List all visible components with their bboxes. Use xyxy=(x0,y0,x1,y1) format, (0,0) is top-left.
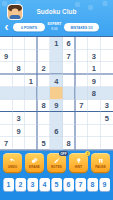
cell-r9c1[interactable]: 7 xyxy=(0,137,13,150)
cell-r8c4[interactable] xyxy=(38,125,51,138)
cell-r2c8[interactable]: 3 xyxy=(88,50,101,63)
cell-r8c5[interactable]: 6 xyxy=(50,125,63,138)
cell-r1c6[interactable]: 6 xyxy=(63,37,76,50)
cell-r5c1[interactable] xyxy=(0,87,13,100)
cell-r5c8[interactable]: 8 xyxy=(88,87,101,100)
points-badge: 0 POINTS xyxy=(13,23,45,32)
hint-button[interactable]: 3 HINT xyxy=(69,153,88,172)
cell-r2c1[interactable]: 9 xyxy=(0,50,13,63)
undo-button[interactable]: UNDO xyxy=(3,153,22,172)
notes-off-badge: OFF xyxy=(59,151,68,156)
cell-r5c7[interactable] xyxy=(75,87,88,100)
cell-r2c3[interactable] xyxy=(25,50,38,63)
timer-value: 8:06 xyxy=(46,26,63,30)
cell-r5c5[interactable] xyxy=(50,87,63,100)
cell-r3c5[interactable] xyxy=(50,62,63,75)
cell-r8c2[interactable]: 9 xyxy=(13,125,26,138)
cell-r4c9[interactable] xyxy=(100,75,113,88)
decor-tile xyxy=(2,1,7,6)
difficulty-timer: EXPERT 8:06 xyxy=(46,22,63,30)
cell-r2c9[interactable] xyxy=(100,50,113,63)
mistakes-label: MISTAKES 1/3 xyxy=(71,26,93,30)
back-button[interactable]: ‹ xyxy=(3,22,10,32)
back-chevron-icon: ‹ xyxy=(5,20,9,34)
numpad-9[interactable]: 9 xyxy=(99,178,110,191)
cell-r7c4[interactable] xyxy=(38,112,51,125)
cell-r3c3[interactable] xyxy=(25,62,38,75)
numpad-6[interactable]: 6 xyxy=(63,178,74,191)
notes-label: NOTES xyxy=(51,165,62,168)
points-label: 0 POINTS xyxy=(21,26,37,30)
cell-r4c3[interactable]: 1 xyxy=(25,75,38,88)
pencil-icon xyxy=(53,157,60,165)
cell-r1c7[interactable] xyxy=(75,37,88,50)
cell-r8c1[interactable] xyxy=(0,125,13,138)
cell-r9c8[interactable] xyxy=(88,137,101,150)
cell-r6c1[interactable] xyxy=(0,100,13,113)
cell-r2c5[interactable] xyxy=(50,50,63,63)
cell-r8c9[interactable] xyxy=(100,125,113,138)
cell-r7c6[interactable] xyxy=(63,112,76,125)
cell-r9c5[interactable] xyxy=(50,137,63,150)
cell-r1c1[interactable] xyxy=(0,37,13,50)
cell-r6c7[interactable]: 7 xyxy=(75,100,88,113)
cell-r4c7[interactable] xyxy=(75,75,88,88)
action-toolbar: UNDO ERASE OFF NOTES 3 HINT xyxy=(0,153,113,172)
cell-r6c3[interactable] xyxy=(25,100,38,113)
undo-icon xyxy=(9,157,16,165)
cell-r9c9[interactable] xyxy=(100,137,113,150)
decor-tile xyxy=(75,2,80,7)
sudoku-board: 16973821149889733596758 xyxy=(0,36,113,151)
cell-r6c2[interactable] xyxy=(13,100,26,113)
erase-button[interactable]: ERASE xyxy=(25,153,44,172)
cell-r3c4[interactable]: 2 xyxy=(38,62,51,75)
cell-r9c4[interactable]: 5 xyxy=(38,137,51,150)
number-pad: 123456789 xyxy=(0,178,113,191)
cell-r1c2[interactable] xyxy=(13,37,26,50)
pause-icon xyxy=(97,157,104,165)
phone-viewport: Sudoku Club ‹ 0 POINTS EXPERT 8:06 MISTA… xyxy=(0,0,113,200)
cell-r7c3[interactable] xyxy=(25,112,38,125)
cell-r6c5[interactable]: 9 xyxy=(50,100,63,113)
cell-r7c8[interactable] xyxy=(88,112,101,125)
cell-r7c2[interactable]: 3 xyxy=(13,112,26,125)
avatar-shirt xyxy=(10,15,21,20)
cell-r3c9[interactable] xyxy=(100,62,113,75)
erase-label: ERASE xyxy=(29,165,40,168)
cell-r7c5[interactable] xyxy=(50,112,63,125)
cell-r4c2[interactable] xyxy=(13,75,26,88)
cell-r1c4[interactable] xyxy=(38,37,51,50)
cell-r3c2[interactable]: 8 xyxy=(13,62,26,75)
sudoku-app: Sudoku Club ‹ 0 POINTS EXPERT 8:06 MISTA… xyxy=(0,0,113,200)
cell-r5c4[interactable] xyxy=(38,87,51,100)
cell-r6c6[interactable] xyxy=(63,100,76,113)
cell-r9c2[interactable] xyxy=(13,137,26,150)
numpad-5[interactable]: 5 xyxy=(51,178,62,191)
decor-tile xyxy=(103,1,108,6)
cell-r4c6[interactable] xyxy=(63,75,76,88)
hint-count-badge: 3 xyxy=(85,151,90,156)
cell-r5c2[interactable] xyxy=(13,87,26,100)
cell-r7c9[interactable]: 5 xyxy=(100,112,113,125)
cell-r1c5[interactable]: 1 xyxy=(50,37,63,50)
page-title: Sudoku Club xyxy=(0,8,113,16)
cell-r1c8[interactable] xyxy=(88,37,101,50)
eraser-icon xyxy=(31,157,38,165)
cell-r2c7[interactable] xyxy=(75,50,88,63)
cell-r4c4[interactable] xyxy=(38,75,51,88)
cell-r3c7[interactable] xyxy=(75,62,88,75)
cell-r7c7[interactable] xyxy=(75,112,88,125)
cell-r9c6[interactable]: 8 xyxy=(63,137,76,150)
cell-r8c3[interactable] xyxy=(25,125,38,138)
cell-r5c3[interactable] xyxy=(25,87,38,100)
hint-label: HINT xyxy=(75,165,82,168)
numpad-7[interactable]: 7 xyxy=(75,178,86,191)
cell-r9c3[interactable] xyxy=(25,137,38,150)
numpad-1[interactable]: 1 xyxy=(3,178,14,191)
cell-r9c7[interactable] xyxy=(75,137,88,150)
cell-r5c6[interactable] xyxy=(63,87,76,100)
numpad-2[interactable]: 2 xyxy=(15,178,26,191)
cell-r6c4[interactable]: 8 xyxy=(38,100,51,113)
cell-r8c6[interactable] xyxy=(63,125,76,138)
pause-button[interactable]: PAUSE xyxy=(91,153,110,172)
cell-r7c1[interactable] xyxy=(0,112,13,125)
notes-button[interactable]: OFF NOTES xyxy=(47,153,66,172)
numpad-8[interactable]: 8 xyxy=(87,178,98,191)
undo-label: UNDO xyxy=(8,165,17,168)
cell-r3c1[interactable] xyxy=(0,62,13,75)
cell-r4c1[interactable] xyxy=(0,75,13,88)
cell-r3c6[interactable] xyxy=(63,62,76,75)
cell-r8c8[interactable] xyxy=(88,125,101,138)
cell-r2c4[interactable] xyxy=(38,50,51,63)
cell-r8c7[interactable] xyxy=(75,125,88,138)
cell-r5c9[interactable] xyxy=(100,87,113,100)
pause-label: PAUSE xyxy=(95,165,106,168)
cell-r1c3[interactable] xyxy=(25,37,38,50)
cell-r6c8[interactable] xyxy=(88,100,101,113)
lightbulb-icon xyxy=(75,157,82,165)
cell-r2c6[interactable]: 7 xyxy=(63,50,76,63)
numpad-4[interactable]: 4 xyxy=(39,178,50,191)
mistakes-badge: MISTAKES 1/3 xyxy=(64,23,99,32)
cell-r3c8[interactable]: 1 xyxy=(88,62,101,75)
cell-r1c9[interactable] xyxy=(100,37,113,50)
cell-r6c9[interactable]: 3 xyxy=(100,100,113,113)
numpad-3[interactable]: 3 xyxy=(27,178,38,191)
cell-r4c5[interactable]: 4 xyxy=(50,75,63,88)
cell-r4c8[interactable]: 9 xyxy=(88,75,101,88)
cell-r2c2[interactable] xyxy=(13,50,26,63)
